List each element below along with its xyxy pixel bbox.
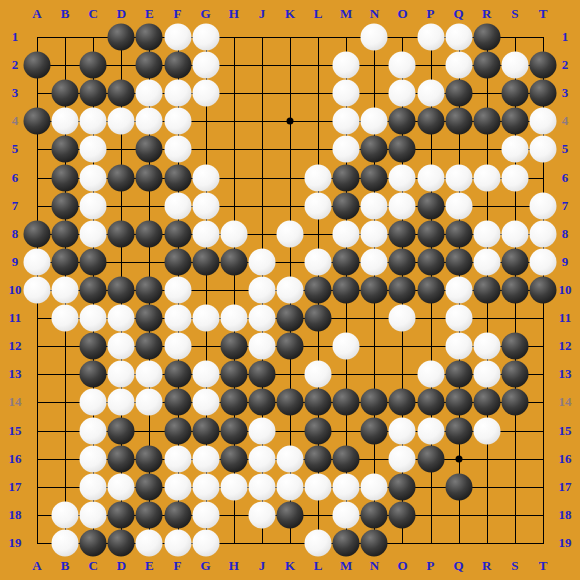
stone-black-N5[interactable] bbox=[361, 136, 388, 163]
row-label-right-1: 1 bbox=[562, 29, 569, 45]
stone-black-P10[interactable] bbox=[417, 277, 444, 304]
stone-white-P1[interactable] bbox=[417, 24, 444, 51]
stone-white-Q6[interactable] bbox=[445, 164, 472, 191]
stone-white-G1[interactable] bbox=[192, 24, 219, 51]
row-label-left-18: 18 bbox=[9, 507, 22, 523]
stone-black-O5[interactable] bbox=[389, 136, 416, 163]
stone-white-D4[interactable] bbox=[108, 108, 135, 135]
stone-white-G18[interactable] bbox=[192, 501, 219, 528]
stone-black-K12[interactable] bbox=[277, 333, 304, 360]
col-label-top-Q: Q bbox=[454, 6, 464, 22]
stone-white-Q1[interactable] bbox=[445, 24, 472, 51]
stone-white-P13[interactable] bbox=[417, 361, 444, 388]
stone-white-C11[interactable] bbox=[80, 305, 107, 332]
stone-white-N4[interactable] bbox=[361, 108, 388, 135]
col-label-bottom-F: F bbox=[174, 558, 182, 574]
stone-black-N19[interactable] bbox=[361, 530, 388, 557]
row-label-right-10: 10 bbox=[559, 282, 572, 298]
stone-white-G19[interactable] bbox=[192, 530, 219, 557]
stone-black-H16[interactable] bbox=[220, 445, 247, 472]
row-label-right-3: 3 bbox=[562, 85, 569, 101]
stone-black-N14[interactable] bbox=[361, 389, 388, 416]
stone-white-S6[interactable] bbox=[501, 164, 528, 191]
stone-white-F10[interactable] bbox=[164, 277, 191, 304]
stone-black-E8[interactable] bbox=[136, 220, 163, 247]
stone-white-N8[interactable] bbox=[361, 220, 388, 247]
stone-white-G11[interactable] bbox=[192, 305, 219, 332]
stone-black-C9[interactable] bbox=[80, 248, 107, 275]
stone-white-J16[interactable] bbox=[248, 445, 275, 472]
row-label-left-3: 3 bbox=[12, 85, 19, 101]
stone-white-C16[interactable] bbox=[80, 445, 107, 472]
stone-black-H9[interactable] bbox=[220, 248, 247, 275]
star-point-Q16 bbox=[455, 455, 462, 462]
row-label-right-17: 17 bbox=[559, 479, 572, 495]
stone-black-E16[interactable] bbox=[136, 445, 163, 472]
stone-white-R9[interactable] bbox=[473, 248, 500, 275]
row-label-left-9: 9 bbox=[12, 254, 19, 270]
row-label-right-14: 14 bbox=[559, 394, 572, 410]
stone-white-N17[interactable] bbox=[361, 473, 388, 500]
stone-black-L15[interactable] bbox=[305, 417, 332, 444]
col-label-bottom-A: A bbox=[32, 558, 41, 574]
stone-white-N9[interactable] bbox=[361, 248, 388, 275]
stone-black-L10[interactable] bbox=[305, 277, 332, 304]
stone-black-D10[interactable] bbox=[108, 277, 135, 304]
stone-black-T2[interactable] bbox=[530, 52, 557, 79]
stone-white-L9[interactable] bbox=[305, 248, 332, 275]
stone-black-F2[interactable] bbox=[164, 52, 191, 79]
stone-white-L19[interactable] bbox=[305, 530, 332, 557]
stone-black-M6[interactable] bbox=[333, 164, 360, 191]
stone-white-D14[interactable] bbox=[108, 389, 135, 416]
stone-white-E19[interactable] bbox=[136, 530, 163, 557]
stone-white-E4[interactable] bbox=[136, 108, 163, 135]
row-label-right-4: 4 bbox=[562, 113, 569, 129]
stone-black-K18[interactable] bbox=[277, 501, 304, 528]
stone-black-B6[interactable] bbox=[52, 164, 79, 191]
stone-white-O7[interactable] bbox=[389, 192, 416, 219]
stone-white-F12[interactable] bbox=[164, 333, 191, 360]
stone-black-S14[interactable] bbox=[501, 389, 528, 416]
stone-black-C13[interactable] bbox=[80, 361, 107, 388]
stone-white-G2[interactable] bbox=[192, 52, 219, 79]
stone-black-P16[interactable] bbox=[417, 445, 444, 472]
stone-white-G6[interactable] bbox=[192, 164, 219, 191]
stone-white-K8[interactable] bbox=[277, 220, 304, 247]
stone-white-M2[interactable] bbox=[333, 52, 360, 79]
stone-white-G16[interactable] bbox=[192, 445, 219, 472]
row-label-right-6: 6 bbox=[562, 170, 569, 186]
stone-white-R15[interactable] bbox=[473, 417, 500, 444]
stone-white-F4[interactable] bbox=[164, 108, 191, 135]
stone-black-M9[interactable] bbox=[333, 248, 360, 275]
stone-black-E18[interactable] bbox=[136, 501, 163, 528]
stone-white-J11[interactable] bbox=[248, 305, 275, 332]
stone-black-B7[interactable] bbox=[52, 192, 79, 219]
stone-white-C4[interactable] bbox=[80, 108, 107, 135]
stone-white-A10[interactable] bbox=[24, 277, 51, 304]
stone-white-G17[interactable] bbox=[192, 473, 219, 500]
stone-white-G14[interactable] bbox=[192, 389, 219, 416]
stone-white-C8[interactable] bbox=[80, 220, 107, 247]
row-label-right-15: 15 bbox=[559, 423, 572, 439]
stone-black-D15[interactable] bbox=[108, 417, 135, 444]
stone-white-Q10[interactable] bbox=[445, 277, 472, 304]
stone-black-D8[interactable] bbox=[108, 220, 135, 247]
row-label-left-6: 6 bbox=[12, 170, 19, 186]
stone-white-J12[interactable] bbox=[248, 333, 275, 360]
stone-white-J10[interactable] bbox=[248, 277, 275, 304]
stone-white-R12[interactable] bbox=[473, 333, 500, 360]
col-label-top-N: N bbox=[370, 6, 379, 22]
stone-white-P3[interactable] bbox=[417, 80, 444, 107]
row-label-left-12: 12 bbox=[9, 338, 22, 354]
stone-black-L11[interactable] bbox=[305, 305, 332, 332]
stone-black-C2[interactable] bbox=[80, 52, 107, 79]
col-label-top-E: E bbox=[145, 6, 154, 22]
stone-black-S12[interactable] bbox=[501, 333, 528, 360]
stone-black-P9[interactable] bbox=[417, 248, 444, 275]
stone-white-K17[interactable] bbox=[277, 473, 304, 500]
stone-black-A8[interactable] bbox=[24, 220, 51, 247]
col-label-top-K: K bbox=[285, 6, 295, 22]
stone-white-M4[interactable] bbox=[333, 108, 360, 135]
stone-white-O2[interactable] bbox=[389, 52, 416, 79]
stone-white-J18[interactable] bbox=[248, 501, 275, 528]
col-label-top-O: O bbox=[397, 6, 407, 22]
stone-black-D18[interactable] bbox=[108, 501, 135, 528]
stone-white-G13[interactable] bbox=[192, 361, 219, 388]
stone-black-K11[interactable] bbox=[277, 305, 304, 332]
stone-white-E3[interactable] bbox=[136, 80, 163, 107]
stone-white-D12[interactable] bbox=[108, 333, 135, 360]
row-label-left-10: 10 bbox=[9, 282, 22, 298]
stone-white-T7[interactable] bbox=[530, 192, 557, 219]
stone-black-O8[interactable] bbox=[389, 220, 416, 247]
stone-black-R1[interactable] bbox=[473, 24, 500, 51]
stone-black-N18[interactable] bbox=[361, 501, 388, 528]
stone-black-O9[interactable] bbox=[389, 248, 416, 275]
stone-black-Q3[interactable] bbox=[445, 80, 472, 107]
stone-white-M8[interactable] bbox=[333, 220, 360, 247]
stone-black-M10[interactable] bbox=[333, 277, 360, 304]
stone-black-P8[interactable] bbox=[417, 220, 444, 247]
col-label-bottom-B: B bbox=[61, 558, 70, 574]
row-label-left-8: 8 bbox=[12, 226, 19, 242]
row-label-left-1: 1 bbox=[12, 29, 19, 45]
col-label-top-C: C bbox=[89, 6, 98, 22]
stone-black-Q9[interactable] bbox=[445, 248, 472, 275]
stone-black-S4[interactable] bbox=[501, 108, 528, 135]
stone-black-M14[interactable] bbox=[333, 389, 360, 416]
row-label-right-7: 7 bbox=[562, 198, 569, 214]
col-label-bottom-S: S bbox=[511, 558, 518, 574]
stone-black-O10[interactable] bbox=[389, 277, 416, 304]
stone-white-C17[interactable] bbox=[80, 473, 107, 500]
stone-white-F7[interactable] bbox=[164, 192, 191, 219]
row-label-right-18: 18 bbox=[559, 507, 572, 523]
stone-black-N10[interactable] bbox=[361, 277, 388, 304]
stone-white-M5[interactable] bbox=[333, 136, 360, 163]
stone-white-L7[interactable] bbox=[305, 192, 332, 219]
stone-black-C3[interactable] bbox=[80, 80, 107, 107]
stone-white-C18[interactable] bbox=[80, 501, 107, 528]
stone-black-E17[interactable] bbox=[136, 473, 163, 500]
stone-black-G9[interactable] bbox=[192, 248, 219, 275]
stone-black-O18[interactable] bbox=[389, 501, 416, 528]
stone-black-J14[interactable] bbox=[248, 389, 275, 416]
stone-black-A4[interactable] bbox=[24, 108, 51, 135]
stone-white-L17[interactable] bbox=[305, 473, 332, 500]
row-label-left-11: 11 bbox=[9, 310, 21, 326]
row-label-left-4: 4 bbox=[12, 113, 19, 129]
stone-white-Q7[interactable] bbox=[445, 192, 472, 219]
stone-white-J17[interactable] bbox=[248, 473, 275, 500]
stone-white-O11[interactable] bbox=[389, 305, 416, 332]
stone-white-B19[interactable] bbox=[52, 530, 79, 557]
stone-white-B4[interactable] bbox=[52, 108, 79, 135]
stone-black-R4[interactable] bbox=[473, 108, 500, 135]
stone-black-F9[interactable] bbox=[164, 248, 191, 275]
row-label-left-19: 19 bbox=[9, 535, 22, 551]
col-label-top-G: G bbox=[201, 6, 211, 22]
stone-black-L14[interactable] bbox=[305, 389, 332, 416]
col-label-bottom-L: L bbox=[314, 558, 323, 574]
stone-white-F16[interactable] bbox=[164, 445, 191, 472]
stone-white-L6[interactable] bbox=[305, 164, 332, 191]
stone-black-B8[interactable] bbox=[52, 220, 79, 247]
col-label-bottom-Q: Q bbox=[454, 558, 464, 574]
row-label-right-8: 8 bbox=[562, 226, 569, 242]
stone-black-C10[interactable] bbox=[80, 277, 107, 304]
stone-white-M18[interactable] bbox=[333, 501, 360, 528]
stone-white-T5[interactable] bbox=[530, 136, 557, 163]
col-label-top-A: A bbox=[32, 6, 41, 22]
col-label-top-S: S bbox=[511, 6, 518, 22]
stone-white-G3[interactable] bbox=[192, 80, 219, 107]
stone-white-S2[interactable] bbox=[501, 52, 528, 79]
stone-black-M7[interactable] bbox=[333, 192, 360, 219]
stone-black-H12[interactable] bbox=[220, 333, 247, 360]
col-label-top-M: M bbox=[340, 6, 352, 22]
stone-black-D19[interactable] bbox=[108, 530, 135, 557]
stone-white-C15[interactable] bbox=[80, 417, 107, 444]
stone-black-D3[interactable] bbox=[108, 80, 135, 107]
stone-black-A2[interactable] bbox=[24, 52, 51, 79]
stone-black-K14[interactable] bbox=[277, 389, 304, 416]
stone-black-D6[interactable] bbox=[108, 164, 135, 191]
col-label-top-T: T bbox=[539, 6, 548, 22]
row-label-left-5: 5 bbox=[12, 141, 19, 157]
stone-black-E11[interactable] bbox=[136, 305, 163, 332]
stone-white-Q11[interactable] bbox=[445, 305, 472, 332]
stone-black-N15[interactable] bbox=[361, 417, 388, 444]
stone-black-S10[interactable] bbox=[501, 277, 528, 304]
stone-white-P15[interactable] bbox=[417, 417, 444, 444]
row-label-right-16: 16 bbox=[559, 451, 572, 467]
col-label-bottom-H: H bbox=[229, 558, 239, 574]
stone-white-R6[interactable] bbox=[473, 164, 500, 191]
stone-white-G7[interactable] bbox=[192, 192, 219, 219]
row-label-right-9: 9 bbox=[562, 254, 569, 270]
stone-black-F18[interactable] bbox=[164, 501, 191, 528]
stone-white-T9[interactable] bbox=[530, 248, 557, 275]
stone-white-E13[interactable] bbox=[136, 361, 163, 388]
col-label-bottom-T: T bbox=[539, 558, 548, 574]
stone-black-F14[interactable] bbox=[164, 389, 191, 416]
stone-white-F1[interactable] bbox=[164, 24, 191, 51]
stone-black-F8[interactable] bbox=[164, 220, 191, 247]
stone-white-D11[interactable] bbox=[108, 305, 135, 332]
stone-white-O3[interactable] bbox=[389, 80, 416, 107]
stone-black-P4[interactable] bbox=[417, 108, 444, 135]
stone-white-H11[interactable] bbox=[220, 305, 247, 332]
stone-white-O15[interactable] bbox=[389, 417, 416, 444]
stone-black-S3[interactable] bbox=[501, 80, 528, 107]
col-label-top-L: L bbox=[314, 6, 323, 22]
stone-black-Q4[interactable] bbox=[445, 108, 472, 135]
stone-black-M16[interactable] bbox=[333, 445, 360, 472]
row-label-right-12: 12 bbox=[559, 338, 572, 354]
stone-black-D1[interactable] bbox=[108, 24, 135, 51]
stone-black-R2[interactable] bbox=[473, 52, 500, 79]
stone-white-F19[interactable] bbox=[164, 530, 191, 557]
stone-white-F3[interactable] bbox=[164, 80, 191, 107]
row-label-right-11: 11 bbox=[559, 310, 571, 326]
stone-white-L13[interactable] bbox=[305, 361, 332, 388]
stone-white-B18[interactable] bbox=[52, 501, 79, 528]
stone-black-G15[interactable] bbox=[192, 417, 219, 444]
stone-black-R14[interactable] bbox=[473, 389, 500, 416]
stone-white-A9[interactable] bbox=[24, 248, 51, 275]
stone-white-B10[interactable] bbox=[52, 277, 79, 304]
stone-black-H14[interactable] bbox=[220, 389, 247, 416]
stone-black-S13[interactable] bbox=[501, 361, 528, 388]
stone-black-H15[interactable] bbox=[220, 417, 247, 444]
stone-white-K16[interactable] bbox=[277, 445, 304, 472]
stone-white-C7[interactable] bbox=[80, 192, 107, 219]
stone-black-S9[interactable] bbox=[501, 248, 528, 275]
row-label-right-2: 2 bbox=[562, 57, 569, 73]
stone-white-O16[interactable] bbox=[389, 445, 416, 472]
stone-black-T10[interactable] bbox=[530, 277, 557, 304]
col-label-bottom-R: R bbox=[482, 558, 491, 574]
stone-white-M12[interactable] bbox=[333, 333, 360, 360]
stone-white-T4[interactable] bbox=[530, 108, 557, 135]
stone-white-D17[interactable] bbox=[108, 473, 135, 500]
stone-black-T3[interactable] bbox=[530, 80, 557, 107]
stone-black-Q8[interactable] bbox=[445, 220, 472, 247]
stone-black-F6[interactable] bbox=[164, 164, 191, 191]
stone-black-B5[interactable] bbox=[52, 136, 79, 163]
stone-black-B9[interactable] bbox=[52, 248, 79, 275]
stone-white-C6[interactable] bbox=[80, 164, 107, 191]
stone-white-F5[interactable] bbox=[164, 136, 191, 163]
col-label-bottom-M: M bbox=[340, 558, 352, 574]
stone-white-S5[interactable] bbox=[501, 136, 528, 163]
stone-white-Q12[interactable] bbox=[445, 333, 472, 360]
stone-white-C5[interactable] bbox=[80, 136, 107, 163]
stone-black-R10[interactable] bbox=[473, 277, 500, 304]
stone-white-M3[interactable] bbox=[333, 80, 360, 107]
stone-white-F11[interactable] bbox=[164, 305, 191, 332]
col-label-top-H: H bbox=[229, 6, 239, 22]
stone-black-Q13[interactable] bbox=[445, 361, 472, 388]
stone-black-O17[interactable] bbox=[389, 473, 416, 500]
stone-white-O6[interactable] bbox=[389, 164, 416, 191]
stone-black-E10[interactable] bbox=[136, 277, 163, 304]
col-label-top-F: F bbox=[174, 6, 182, 22]
col-label-bottom-C: C bbox=[89, 558, 98, 574]
stone-black-Q17[interactable] bbox=[445, 473, 472, 500]
stone-black-O4[interactable] bbox=[389, 108, 416, 135]
row-label-right-13: 13 bbox=[559, 366, 572, 382]
stone-black-H13[interactable] bbox=[220, 361, 247, 388]
col-label-top-J: J bbox=[259, 6, 266, 22]
stone-black-Q14[interactable] bbox=[445, 389, 472, 416]
stone-black-J13[interactable] bbox=[248, 361, 275, 388]
stone-white-H17[interactable] bbox=[220, 473, 247, 500]
stone-black-F15[interactable] bbox=[164, 417, 191, 444]
stone-white-C14[interactable] bbox=[80, 389, 107, 416]
col-label-bottom-O: O bbox=[397, 558, 407, 574]
stone-white-S8[interactable] bbox=[501, 220, 528, 247]
stone-black-O14[interactable] bbox=[389, 389, 416, 416]
stone-black-Q15[interactable] bbox=[445, 417, 472, 444]
stone-white-N1[interactable] bbox=[361, 24, 388, 51]
stone-black-F13[interactable] bbox=[164, 361, 191, 388]
row-label-left-17: 17 bbox=[9, 479, 22, 495]
stone-white-R8[interactable] bbox=[473, 220, 500, 247]
stone-black-P7[interactable] bbox=[417, 192, 444, 219]
row-label-left-2: 2 bbox=[12, 57, 19, 73]
stone-white-F17[interactable] bbox=[164, 473, 191, 500]
stone-black-E12[interactable] bbox=[136, 333, 163, 360]
stone-black-D16[interactable] bbox=[108, 445, 135, 472]
stone-white-M17[interactable] bbox=[333, 473, 360, 500]
stone-white-G8[interactable] bbox=[192, 220, 219, 247]
stone-white-K10[interactable] bbox=[277, 277, 304, 304]
stone-white-P6[interactable] bbox=[417, 164, 444, 191]
stone-white-J9[interactable] bbox=[248, 248, 275, 275]
row-label-right-19: 19 bbox=[559, 535, 572, 551]
stone-white-D13[interactable] bbox=[108, 361, 135, 388]
stone-white-Q2[interactable] bbox=[445, 52, 472, 79]
stone-black-E5[interactable] bbox=[136, 136, 163, 163]
stone-black-M19[interactable] bbox=[333, 530, 360, 557]
stone-black-C12[interactable] bbox=[80, 333, 107, 360]
col-label-bottom-D: D bbox=[117, 558, 126, 574]
stone-black-P14[interactable] bbox=[417, 389, 444, 416]
row-label-right-5: 5 bbox=[562, 141, 569, 157]
col-label-bottom-P: P bbox=[427, 558, 435, 574]
stone-white-R13[interactable] bbox=[473, 361, 500, 388]
stone-white-T8[interactable] bbox=[530, 220, 557, 247]
stone-black-N6[interactable] bbox=[361, 164, 388, 191]
stone-white-B11[interactable] bbox=[52, 305, 79, 332]
stone-black-C19[interactable] bbox=[80, 530, 107, 557]
stone-black-L16[interactable] bbox=[305, 445, 332, 472]
stone-black-E6[interactable] bbox=[136, 164, 163, 191]
stone-white-H8[interactable] bbox=[220, 220, 247, 247]
stone-white-J15[interactable] bbox=[248, 417, 275, 444]
stone-black-B3[interactable] bbox=[52, 80, 79, 107]
stone-white-E14[interactable] bbox=[136, 389, 163, 416]
stone-black-E2[interactable] bbox=[136, 52, 163, 79]
stone-black-E1[interactable] bbox=[136, 24, 163, 51]
stone-white-N7[interactable] bbox=[361, 192, 388, 219]
